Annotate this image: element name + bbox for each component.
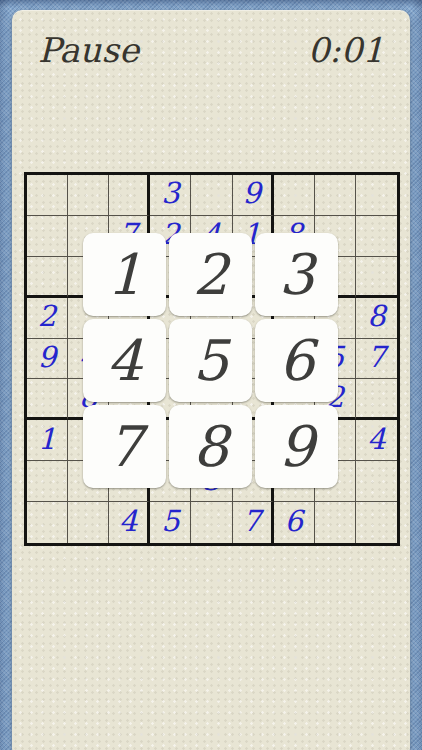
cell-r7c1[interactable]: 1 [27, 420, 68, 461]
pause-button[interactable]: Pause [38, 30, 139, 70]
cell-r3c1[interactable] [27, 257, 68, 298]
cell-r9c8[interactable] [315, 502, 356, 543]
cell-r1c6[interactable]: 9 [233, 175, 274, 216]
cell-r9c1[interactable] [27, 502, 68, 543]
given-number: 9 [38, 343, 56, 372]
cell-r8c9[interactable] [356, 461, 397, 502]
cell-r3c9[interactable] [356, 257, 397, 298]
cell-r1c1[interactable] [27, 175, 68, 216]
timer-display: 0:01 [308, 30, 384, 70]
cell-r1c5[interactable] [191, 175, 232, 216]
given-number: 6 [284, 507, 302, 536]
cell-r6c1[interactable] [27, 379, 68, 420]
given-number: 3 [161, 179, 179, 208]
cell-r1c8[interactable] [315, 175, 356, 216]
keypad-digit: 3 [279, 247, 315, 303]
cell-r1c7[interactable] [274, 175, 315, 216]
cell-r1c2[interactable] [68, 175, 109, 216]
header-bar: Pause 0:01 [24, 30, 398, 80]
keypad-digit: 5 [193, 333, 229, 389]
keypad-button-3[interactable]: 3 [255, 233, 338, 316]
keypad-digit: 2 [193, 247, 229, 303]
cell-r6c9[interactable] [356, 379, 397, 420]
given-number: 2 [38, 302, 56, 331]
cell-r5c1[interactable]: 9 [27, 339, 68, 380]
keypad-button-8[interactable]: 8 [169, 405, 252, 488]
cell-r9c3[interactable]: 4 [109, 502, 150, 543]
number-picker-overlay: 123456789 [83, 233, 338, 488]
given-number: 5 [161, 507, 179, 536]
given-number: 4 [367, 425, 385, 454]
cell-r1c3[interactable] [109, 175, 150, 216]
cell-r2c1[interactable] [27, 216, 68, 257]
keypad-digit: 9 [279, 419, 315, 475]
keypad-button-7[interactable]: 7 [83, 405, 166, 488]
given-number: 1 [38, 425, 56, 454]
keypad-digit: 7 [107, 419, 143, 475]
cell-r9c5[interactable] [191, 502, 232, 543]
cell-r9c7[interactable]: 6 [274, 502, 315, 543]
cell-r9c4[interactable]: 5 [150, 502, 191, 543]
given-number: 8 [367, 302, 385, 331]
cell-r2c9[interactable] [356, 216, 397, 257]
keypad-button-6[interactable]: 6 [255, 319, 338, 402]
keypad-button-4[interactable]: 4 [83, 319, 166, 402]
keypad-button-2[interactable]: 2 [169, 233, 252, 316]
cell-r1c9[interactable] [356, 175, 397, 216]
cell-r9c2[interactable] [68, 502, 109, 543]
given-number: 7 [242, 507, 260, 536]
keypad-digit: 6 [279, 333, 315, 389]
keypad-button-1[interactable]: 1 [83, 233, 166, 316]
app-screen: Pause 0:01 3972418289457821434576 123456… [0, 0, 422, 750]
given-number: 9 [242, 179, 260, 208]
keypad-button-5[interactable]: 5 [169, 319, 252, 402]
keypad-digit: 8 [193, 419, 229, 475]
keypad-button-9[interactable]: 9 [255, 405, 338, 488]
cell-r8c1[interactable] [27, 461, 68, 502]
cell-r4c9[interactable]: 8 [356, 298, 397, 339]
given-number: 4 [119, 507, 137, 536]
keypad-digit: 1 [107, 247, 143, 303]
cell-r1c4[interactable]: 3 [150, 175, 191, 216]
cell-r9c9[interactable] [356, 502, 397, 543]
cell-r4c1[interactable]: 2 [27, 298, 68, 339]
keypad-digit: 4 [107, 333, 143, 389]
cell-r9c6[interactable]: 7 [233, 502, 274, 543]
cell-r7c9[interactable]: 4 [356, 420, 397, 461]
given-number: 7 [367, 343, 385, 372]
cell-r5c9[interactable]: 7 [356, 339, 397, 380]
